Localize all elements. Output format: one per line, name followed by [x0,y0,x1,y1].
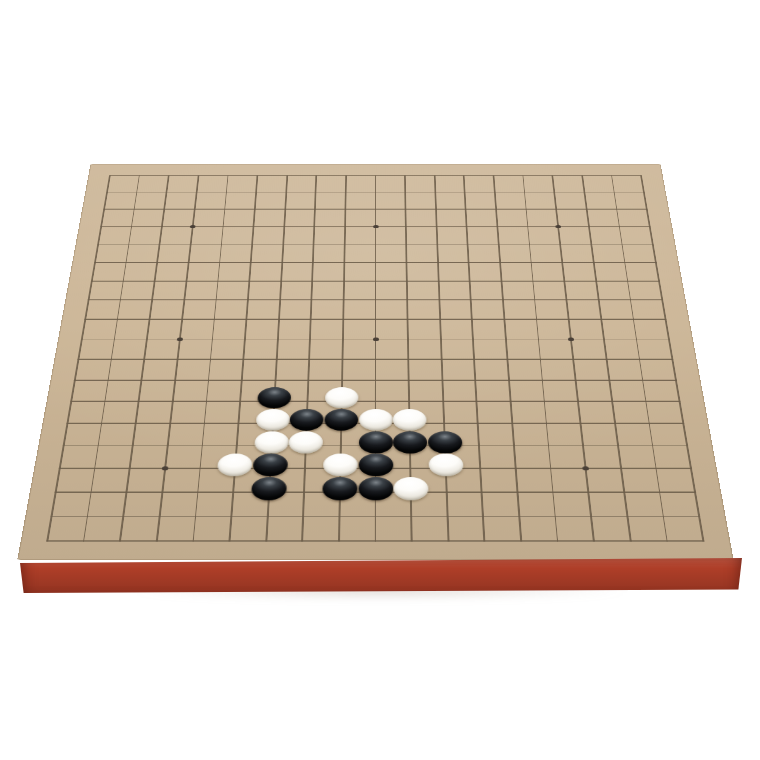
stone-black-J6 [324,409,358,431]
stone-white-H5 [289,431,324,453]
go-board [17,164,733,560]
stone-white-K6 [359,409,393,431]
stone-black-J3 [322,477,357,500]
stone-black-L5 [393,431,427,453]
star-point [582,466,589,470]
stone-white-J7 [325,387,359,408]
star-point [568,337,574,341]
stone-white-G5 [254,431,289,453]
stone-white-L3 [393,477,428,500]
board-front-edge [20,558,742,593]
star-point [555,225,561,228]
stone-black-H6 [290,409,324,431]
stone-black-M5 [428,431,463,453]
stone-black-K4 [358,454,393,477]
star-point [372,337,378,341]
star-point [177,337,183,341]
star-point [162,466,169,470]
stone-white-J4 [323,454,358,477]
photo-scene [0,0,760,760]
grid-line-horizontal [46,540,704,541]
stone-white-F4 [217,454,253,477]
stone-white-G6 [255,409,290,431]
stone-black-K5 [358,431,392,453]
star-point [373,225,379,228]
stone-black-G7 [257,387,291,408]
stone-black-G4 [252,454,288,477]
stone-white-M4 [428,454,463,477]
star-point [190,225,196,228]
stone-black-G3 [251,477,287,500]
stone-black-K3 [358,477,393,500]
stone-white-L6 [393,409,427,431]
